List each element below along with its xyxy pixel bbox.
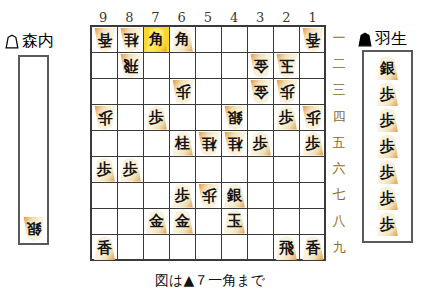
square-4六 bbox=[222, 157, 248, 183]
square-5二 bbox=[196, 53, 222, 79]
player-gote-name: 森内 bbox=[22, 31, 54, 52]
square-2七 bbox=[274, 183, 300, 209]
sente-piece-歩: 歩 bbox=[120, 158, 142, 182]
square-2四: 歩 bbox=[274, 105, 300, 131]
player-sente: 羽生 bbox=[358, 29, 407, 50]
gote-piece-金: 金 bbox=[250, 54, 272, 78]
square-9三 bbox=[92, 79, 118, 105]
col-label-5: 5 bbox=[195, 10, 221, 25]
square-5三 bbox=[196, 79, 222, 105]
square-2二: 玉 bbox=[274, 53, 300, 79]
shogi-diagram: { "game": "shogi", "position": { "sfen":… bbox=[0, 0, 437, 297]
sente-piece-歩: 歩 bbox=[276, 106, 298, 130]
square-1七 bbox=[300, 183, 326, 209]
square-6六 bbox=[170, 157, 196, 183]
sente-hand-piece-歩: 歩 bbox=[377, 134, 399, 158]
square-6二 bbox=[170, 53, 196, 79]
square-1九: 香 bbox=[300, 235, 326, 261]
gote-captured-pieces-tray: 銀 bbox=[18, 55, 49, 245]
square-5六 bbox=[196, 157, 222, 183]
sente-piece-香: 香 bbox=[94, 236, 116, 260]
square-4二 bbox=[222, 53, 248, 79]
square-6五: 桂 bbox=[170, 131, 196, 157]
col-label-2: 2 bbox=[273, 10, 299, 25]
col-label-4: 4 bbox=[221, 10, 247, 25]
square-6七: 歩 bbox=[170, 183, 196, 209]
square-7二 bbox=[144, 53, 170, 79]
sente-piece-香: 香 bbox=[302, 236, 324, 260]
col-label-1: 1 bbox=[300, 10, 326, 25]
sente-piece-角: 角 bbox=[146, 28, 168, 52]
square-2六 bbox=[274, 157, 300, 183]
square-8三 bbox=[118, 79, 144, 105]
square-7六 bbox=[144, 157, 170, 183]
sente-hand-piece-銀: 銀 bbox=[377, 56, 399, 80]
square-5五: 桂 bbox=[196, 131, 222, 157]
square-8八 bbox=[118, 209, 144, 235]
gote-piece-玉: 玉 bbox=[276, 54, 298, 78]
square-4七: 銀 bbox=[222, 183, 248, 209]
square-6八: 金 bbox=[170, 209, 196, 235]
row-label-2: 二 bbox=[331, 51, 347, 77]
row-label-7: 七 bbox=[331, 182, 347, 208]
square-2八 bbox=[274, 209, 300, 235]
sente-piece-桂: 桂 bbox=[172, 132, 194, 156]
square-2五 bbox=[274, 131, 300, 157]
gote-piece-歩: 歩 bbox=[276, 80, 298, 104]
square-1八 bbox=[300, 209, 326, 235]
col-label-6: 6 bbox=[169, 10, 195, 25]
square-8二: 飛 bbox=[118, 53, 144, 79]
sente-piece-歩: 歩 bbox=[302, 132, 324, 156]
square-1一: 香 bbox=[300, 27, 326, 53]
square-4三 bbox=[222, 79, 248, 105]
gote-hand-piece-銀: 銀 bbox=[23, 217, 45, 241]
gote-piece-銀: 銀 bbox=[224, 106, 246, 130]
black-piece-icon bbox=[358, 32, 372, 47]
square-9六: 歩 bbox=[92, 157, 118, 183]
player-gote: 森内 bbox=[5, 31, 54, 52]
square-4五: 桂 bbox=[222, 131, 248, 157]
square-8一: 桂 bbox=[118, 27, 144, 53]
square-8六: 歩 bbox=[118, 157, 144, 183]
square-9九: 香 bbox=[92, 235, 118, 261]
square-1六 bbox=[300, 157, 326, 183]
gote-piece-香: 香 bbox=[302, 28, 324, 52]
sente-piece-飛: 飛 bbox=[276, 236, 298, 260]
gote-piece-歩: 歩 bbox=[172, 80, 194, 104]
square-2三: 歩 bbox=[274, 79, 300, 105]
sente-hand-piece-歩: 歩 bbox=[377, 82, 399, 106]
square-7五 bbox=[144, 131, 170, 157]
gote-piece-香: 香 bbox=[94, 28, 116, 52]
square-3一 bbox=[248, 27, 274, 53]
square-8九 bbox=[118, 235, 144, 261]
square-6九 bbox=[170, 235, 196, 261]
square-3八 bbox=[248, 209, 274, 235]
square-3四 bbox=[248, 105, 274, 131]
sente-piece-角: 角 bbox=[172, 28, 194, 52]
gote-piece-桂: 桂 bbox=[120, 28, 142, 52]
gote-piece-桂: 桂 bbox=[198, 132, 220, 156]
square-4四: 銀 bbox=[222, 105, 248, 131]
shogi-board: 香桂角角香飛金玉歩金歩歩歩銀歩歩桂桂桂歩歩歩歩歩歩銀金金玉香飛香 bbox=[90, 25, 326, 261]
square-4一 bbox=[222, 27, 248, 53]
square-2一 bbox=[274, 27, 300, 53]
row-label-5: 五 bbox=[331, 130, 347, 156]
column-labels: 987654321 bbox=[90, 10, 326, 25]
sente-piece-銀: 銀 bbox=[224, 184, 246, 208]
square-8七 bbox=[118, 183, 144, 209]
col-label-9: 9 bbox=[90, 10, 116, 25]
col-label-7: 7 bbox=[142, 10, 168, 25]
row-label-1: 一 bbox=[331, 25, 347, 51]
square-3七 bbox=[248, 183, 274, 209]
square-5九 bbox=[196, 235, 222, 261]
row-label-9: 九 bbox=[331, 235, 347, 261]
gote-piece-桂: 桂 bbox=[224, 132, 246, 156]
square-2九: 飛 bbox=[274, 235, 300, 261]
square-8五 bbox=[118, 131, 144, 157]
diagram-caption: 図は▲７一角まで bbox=[80, 272, 340, 290]
gote-piece-飛: 飛 bbox=[120, 54, 142, 78]
sente-hand-piece-歩: 歩 bbox=[377, 186, 399, 210]
col-label-3: 3 bbox=[247, 10, 273, 25]
row-label-4: 四 bbox=[331, 104, 347, 130]
col-label-8: 8 bbox=[116, 10, 142, 25]
row-label-3: 三 bbox=[331, 77, 347, 103]
square-1五: 歩 bbox=[300, 131, 326, 157]
square-4八: 玉 bbox=[222, 209, 248, 235]
square-3九 bbox=[248, 235, 274, 261]
sente-piece-金: 金 bbox=[146, 210, 168, 234]
square-5七: 歩 bbox=[196, 183, 222, 209]
sente-piece-玉: 玉 bbox=[224, 210, 246, 234]
square-7一: 角 bbox=[144, 27, 170, 53]
gote-piece-歩: 歩 bbox=[198, 184, 220, 208]
square-6四 bbox=[170, 105, 196, 131]
sente-piece-歩: 歩 bbox=[250, 132, 272, 156]
square-5一 bbox=[196, 27, 222, 53]
sente-piece-歩: 歩 bbox=[146, 106, 168, 130]
square-1三 bbox=[300, 79, 326, 105]
row-labels: 一二三四五六七八九 bbox=[331, 25, 347, 261]
player-sente-name: 羽生 bbox=[375, 29, 407, 50]
square-9二 bbox=[92, 53, 118, 79]
square-9五 bbox=[92, 131, 118, 157]
square-7七 bbox=[144, 183, 170, 209]
sente-captured-pieces-tray: 銀歩歩歩歩歩歩 bbox=[362, 50, 413, 243]
sente-piece-歩: 歩 bbox=[94, 158, 116, 182]
sente-hand-piece-歩: 歩 bbox=[377, 108, 399, 132]
sente-piece-歩: 歩 bbox=[172, 184, 194, 208]
square-6三: 歩 bbox=[170, 79, 196, 105]
square-6一: 角 bbox=[170, 27, 196, 53]
square-7三 bbox=[144, 79, 170, 105]
square-3六 bbox=[248, 157, 274, 183]
square-8四 bbox=[118, 105, 144, 131]
gote-piece-金: 金 bbox=[250, 80, 272, 104]
row-label-6: 六 bbox=[331, 156, 347, 182]
square-7四: 歩 bbox=[144, 105, 170, 131]
white-piece-icon bbox=[5, 34, 19, 49]
row-label-8: 八 bbox=[331, 208, 347, 234]
square-1四: 歩 bbox=[300, 105, 326, 131]
square-9八 bbox=[92, 209, 118, 235]
square-9四: 歩 bbox=[92, 105, 118, 131]
square-5四 bbox=[196, 105, 222, 131]
square-9一: 香 bbox=[92, 27, 118, 53]
square-1二 bbox=[300, 53, 326, 79]
sente-hand-piece-歩: 歩 bbox=[377, 212, 399, 236]
square-4九 bbox=[222, 235, 248, 261]
square-3五: 歩 bbox=[248, 131, 274, 157]
gote-piece-歩: 歩 bbox=[94, 106, 116, 130]
sente-piece-金: 金 bbox=[172, 210, 194, 234]
square-7九 bbox=[144, 235, 170, 261]
gote-piece-歩: 歩 bbox=[302, 106, 324, 130]
square-7八: 金 bbox=[144, 209, 170, 235]
sente-hand-piece-歩: 歩 bbox=[377, 160, 399, 184]
square-9七 bbox=[92, 183, 118, 209]
square-3三: 金 bbox=[248, 79, 274, 105]
square-5八 bbox=[196, 209, 222, 235]
square-3二: 金 bbox=[248, 53, 274, 79]
